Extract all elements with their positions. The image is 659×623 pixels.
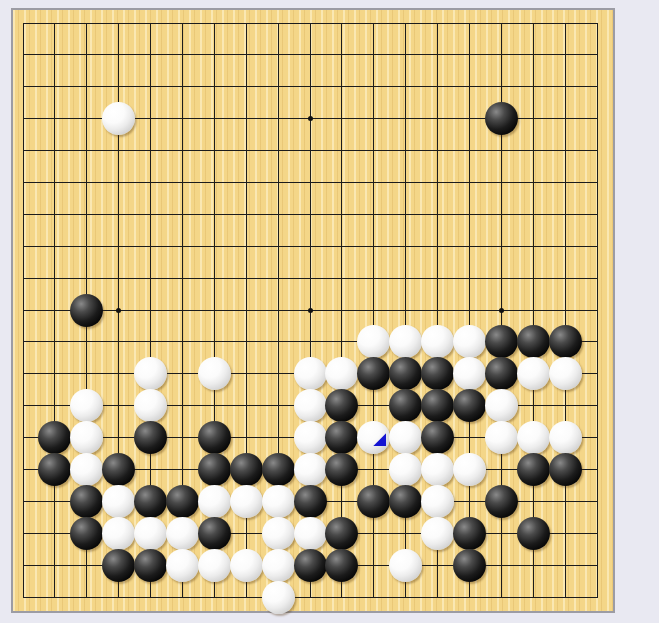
grid-line-vertical [341, 23, 342, 598]
grid-line-vertical [533, 23, 534, 598]
stone-white-Q7 [485, 389, 518, 422]
stone-black-O6 [421, 421, 454, 454]
stone-black-R9 [517, 325, 550, 358]
stone-white-P8 [453, 357, 486, 390]
stone-black-P3 [453, 517, 486, 550]
stone-black-J5 [262, 453, 295, 486]
stone-white-O9 [421, 325, 454, 358]
stone-black-G6 [198, 421, 231, 454]
stone-white-D16 [102, 102, 135, 135]
stone-black-C10 [70, 294, 103, 327]
stone-black-S5 [549, 453, 582, 486]
stone-black-Q4 [485, 485, 518, 518]
stone-black-N7 [389, 389, 422, 422]
stone-white-G2 [198, 549, 231, 582]
stone-black-M8 [357, 357, 390, 390]
stone-white-N9 [389, 325, 422, 358]
stone-white-R8 [517, 357, 550, 390]
stone-black-O8 [421, 357, 454, 390]
stone-white-K6 [294, 421, 327, 454]
stone-black-D5 [102, 453, 135, 486]
stone-black-O7 [421, 389, 454, 422]
stone-black-N8 [389, 357, 422, 390]
stone-black-N4 [389, 485, 422, 518]
go-board[interactable] [11, 8, 615, 613]
star-point [499, 308, 504, 313]
stone-black-L5 [325, 453, 358, 486]
grid-line-vertical [597, 23, 598, 598]
stone-white-D3 [102, 517, 135, 550]
stone-black-H5 [230, 453, 263, 486]
stone-white-O4 [421, 485, 454, 518]
stone-white-S6 [549, 421, 582, 454]
star-point [308, 116, 313, 121]
stone-white-E8 [134, 357, 167, 390]
stone-white-H2 [230, 549, 263, 582]
stone-black-B5 [38, 453, 71, 486]
stone-black-E6 [134, 421, 167, 454]
stone-white-M6 [357, 421, 390, 454]
page-background [0, 0, 659, 623]
stone-white-G8 [198, 357, 231, 390]
stone-black-Q16 [485, 102, 518, 135]
grid-line-vertical [469, 23, 470, 598]
stone-white-K5 [294, 453, 327, 486]
stone-white-F2 [166, 549, 199, 582]
stone-black-P7 [453, 389, 486, 422]
stone-white-C6 [70, 421, 103, 454]
stone-black-L6 [325, 421, 358, 454]
stone-black-E2 [134, 549, 167, 582]
stone-white-M9 [357, 325, 390, 358]
stone-black-C3 [70, 517, 103, 550]
grid-line-horizontal [23, 597, 598, 598]
stone-white-C7 [70, 389, 103, 422]
stone-white-K8 [294, 357, 327, 390]
stone-white-R6 [517, 421, 550, 454]
stone-white-E3 [134, 517, 167, 550]
star-point [308, 308, 313, 313]
stone-white-C5 [70, 453, 103, 486]
stone-white-J4 [262, 485, 295, 518]
stone-black-L7 [325, 389, 358, 422]
stone-white-N2 [389, 549, 422, 582]
stone-black-R3 [517, 517, 550, 550]
stone-white-P5 [453, 453, 486, 486]
stone-black-Q8 [485, 357, 518, 390]
stone-black-K2 [294, 549, 327, 582]
stone-black-B6 [38, 421, 71, 454]
stone-white-J3 [262, 517, 295, 550]
stone-black-C4 [70, 485, 103, 518]
stone-black-D2 [102, 549, 135, 582]
stone-black-L3 [325, 517, 358, 550]
stone-black-M4 [357, 485, 390, 518]
stone-black-R5 [517, 453, 550, 486]
stone-white-S8 [549, 357, 582, 390]
stone-white-G4 [198, 485, 231, 518]
stone-black-S9 [549, 325, 582, 358]
stone-white-H4 [230, 485, 263, 518]
stone-white-J1 [262, 581, 295, 614]
stone-white-F3 [166, 517, 199, 550]
stone-black-L2 [325, 549, 358, 582]
stone-white-N6 [389, 421, 422, 454]
stone-white-O5 [421, 453, 454, 486]
stone-black-E4 [134, 485, 167, 518]
stone-black-K4 [294, 485, 327, 518]
star-point [116, 308, 121, 313]
grid-line-vertical [565, 23, 566, 598]
stone-black-P2 [453, 549, 486, 582]
stone-black-F4 [166, 485, 199, 518]
stone-black-G3 [198, 517, 231, 550]
stone-white-P9 [453, 325, 486, 358]
stone-white-O3 [421, 517, 454, 550]
stone-white-D4 [102, 485, 135, 518]
stone-white-E7 [134, 389, 167, 422]
stone-white-L8 [325, 357, 358, 390]
stone-white-K3 [294, 517, 327, 550]
stone-black-G5 [198, 453, 231, 486]
last-move-marker [373, 433, 386, 446]
stone-white-J2 [262, 549, 295, 582]
stone-black-Q9 [485, 325, 518, 358]
stone-white-Q6 [485, 421, 518, 454]
stone-white-N5 [389, 453, 422, 486]
stone-white-K7 [294, 389, 327, 422]
